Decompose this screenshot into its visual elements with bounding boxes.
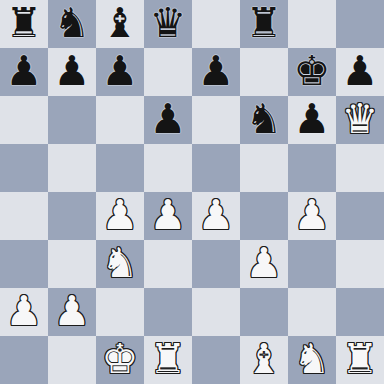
square-a3[interactable] xyxy=(0,240,48,288)
square-a6[interactable] xyxy=(0,96,48,144)
white-pawn-piece[interactable]: ♟ xyxy=(6,287,43,335)
black-king-piece[interactable]: ♚ xyxy=(294,47,331,95)
black-knight-piece[interactable]: ♞ xyxy=(246,95,283,143)
square-h8[interactable] xyxy=(336,0,384,48)
black-knight-piece[interactable]: ♞ xyxy=(54,0,91,47)
square-g6[interactable]: ♟ xyxy=(288,96,336,144)
white-pawn-piece[interactable]: ♟ xyxy=(150,191,187,239)
square-d6[interactable]: ♟ xyxy=(144,96,192,144)
square-f8[interactable]: ♜ xyxy=(240,0,288,48)
black-pawn-piece[interactable]: ♟ xyxy=(54,47,91,95)
square-h7[interactable]: ♟ xyxy=(336,48,384,96)
square-f2[interactable] xyxy=(240,288,288,336)
square-a8[interactable]: ♜ xyxy=(0,0,48,48)
black-queen-piece[interactable]: ♛ xyxy=(150,0,187,47)
white-pawn-piece[interactable]: ♟ xyxy=(246,239,283,287)
square-a4[interactable] xyxy=(0,192,48,240)
black-pawn-piece[interactable]: ♟ xyxy=(6,47,43,95)
black-pawn-piece[interactable]: ♟ xyxy=(150,95,187,143)
square-g7[interactable]: ♚ xyxy=(288,48,336,96)
square-a2[interactable]: ♟ xyxy=(0,288,48,336)
square-d7[interactable] xyxy=(144,48,192,96)
square-h3[interactable] xyxy=(336,240,384,288)
square-d1[interactable]: ♜ xyxy=(144,336,192,384)
square-e2[interactable] xyxy=(192,288,240,336)
white-pawn-piece[interactable]: ♟ xyxy=(198,191,235,239)
square-a7[interactable]: ♟ xyxy=(0,48,48,96)
white-pawn-piece[interactable]: ♟ xyxy=(294,191,331,239)
square-h2[interactable] xyxy=(336,288,384,336)
square-f7[interactable] xyxy=(240,48,288,96)
square-e7[interactable]: ♟ xyxy=(192,48,240,96)
chess-board: ♜♞♝♛♜♟♟♟♟♚♟♟♞♟♛♟♟♟♟♞♟♟♟♚♜♝♞♜ xyxy=(0,0,384,384)
black-pawn-piece[interactable]: ♟ xyxy=(342,47,379,95)
square-e1[interactable] xyxy=(192,336,240,384)
square-g8[interactable] xyxy=(288,0,336,48)
white-rook-piece[interactable]: ♜ xyxy=(150,335,187,383)
white-bishop-piece[interactable]: ♝ xyxy=(246,335,283,383)
square-c8[interactable]: ♝ xyxy=(96,0,144,48)
square-f6[interactable]: ♞ xyxy=(240,96,288,144)
square-h4[interactable] xyxy=(336,192,384,240)
square-h1[interactable]: ♜ xyxy=(336,336,384,384)
square-b4[interactable] xyxy=(48,192,96,240)
square-b7[interactable]: ♟ xyxy=(48,48,96,96)
square-c4[interactable]: ♟ xyxy=(96,192,144,240)
square-f1[interactable]: ♝ xyxy=(240,336,288,384)
white-pawn-piece[interactable]: ♟ xyxy=(102,191,139,239)
square-b3[interactable] xyxy=(48,240,96,288)
square-h5[interactable] xyxy=(336,144,384,192)
white-pawn-piece[interactable]: ♟ xyxy=(54,287,91,335)
square-d4[interactable]: ♟ xyxy=(144,192,192,240)
white-queen-piece[interactable]: ♛ xyxy=(342,95,379,143)
white-rook-piece[interactable]: ♜ xyxy=(342,335,379,383)
square-e5[interactable] xyxy=(192,144,240,192)
square-e4[interactable]: ♟ xyxy=(192,192,240,240)
square-c7[interactable]: ♟ xyxy=(96,48,144,96)
white-king-piece[interactable]: ♚ xyxy=(102,335,139,383)
square-d3[interactable] xyxy=(144,240,192,288)
black-pawn-piece[interactable]: ♟ xyxy=(198,47,235,95)
square-b6[interactable] xyxy=(48,96,96,144)
square-f3[interactable]: ♟ xyxy=(240,240,288,288)
square-b2[interactable]: ♟ xyxy=(48,288,96,336)
square-e8[interactable] xyxy=(192,0,240,48)
black-bishop-piece[interactable]: ♝ xyxy=(102,0,139,47)
square-c6[interactable] xyxy=(96,96,144,144)
black-pawn-piece[interactable]: ♟ xyxy=(294,95,331,143)
square-b5[interactable] xyxy=(48,144,96,192)
square-f5[interactable] xyxy=(240,144,288,192)
square-d5[interactable] xyxy=(144,144,192,192)
square-c3[interactable]: ♞ xyxy=(96,240,144,288)
square-g5[interactable] xyxy=(288,144,336,192)
square-c5[interactable] xyxy=(96,144,144,192)
square-h6[interactable]: ♛ xyxy=(336,96,384,144)
square-a5[interactable] xyxy=(0,144,48,192)
square-f4[interactable] xyxy=(240,192,288,240)
black-rook-piece[interactable]: ♜ xyxy=(6,0,43,47)
square-b8[interactable]: ♞ xyxy=(48,0,96,48)
black-pawn-piece[interactable]: ♟ xyxy=(102,47,139,95)
square-g4[interactable]: ♟ xyxy=(288,192,336,240)
white-knight-piece[interactable]: ♞ xyxy=(294,335,331,383)
square-c2[interactable] xyxy=(96,288,144,336)
square-g2[interactable] xyxy=(288,288,336,336)
white-knight-piece[interactable]: ♞ xyxy=(102,239,139,287)
square-a1[interactable] xyxy=(0,336,48,384)
black-rook-piece[interactable]: ♜ xyxy=(246,0,283,47)
square-g3[interactable] xyxy=(288,240,336,288)
square-d8[interactable]: ♛ xyxy=(144,0,192,48)
square-e6[interactable] xyxy=(192,96,240,144)
square-e3[interactable] xyxy=(192,240,240,288)
square-c1[interactable]: ♚ xyxy=(96,336,144,384)
square-d2[interactable] xyxy=(144,288,192,336)
square-g1[interactable]: ♞ xyxy=(288,336,336,384)
square-b1[interactable] xyxy=(48,336,96,384)
